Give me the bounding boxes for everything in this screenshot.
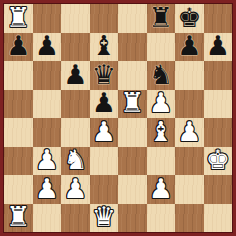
square-d2[interactable] [90,175,119,204]
piece-white-pawn-f2[interactable]: ♟ [149,175,173,202]
piece-white-pawn-c2[interactable]: ♟ [63,175,87,202]
chess-board-frame: ♜♜♚♟♟♝♟♟♟♛♞♟♜♟♟♝♟♟♞♚♟♟♟♜♛ [0,0,236,236]
square-d6[interactable]: ♛ [90,61,119,90]
piece-white-pawn-b2[interactable]: ♟ [35,175,59,202]
square-d7[interactable]: ♝ [90,33,119,62]
square-g3[interactable] [175,147,204,176]
square-e5[interactable]: ♜ [118,90,147,119]
square-g8[interactable]: ♚ [175,4,204,33]
piece-white-rook-a8[interactable]: ♜ [6,4,30,31]
square-e6[interactable] [118,61,147,90]
piece-black-pawn-a7[interactable]: ♟ [6,33,30,60]
square-c4[interactable] [61,118,90,147]
square-b2[interactable]: ♟ [33,175,62,204]
square-f1[interactable] [147,204,176,233]
square-a8[interactable]: ♜ [4,4,33,33]
piece-white-rook-e5[interactable]: ♜ [120,90,144,117]
piece-black-knight-f6[interactable]: ♞ [149,61,173,88]
piece-white-pawn-b3[interactable]: ♟ [35,147,59,174]
piece-black-pawn-h7[interactable]: ♟ [206,33,230,60]
square-e4[interactable] [118,118,147,147]
piece-black-king-g8[interactable]: ♚ [177,4,201,31]
square-d1[interactable]: ♛ [90,204,119,233]
square-h7[interactable]: ♟ [204,33,233,62]
piece-white-queen-d1[interactable]: ♛ [92,204,116,231]
square-h5[interactable] [204,90,233,119]
piece-black-rook-f8[interactable]: ♜ [149,4,173,31]
square-h3[interactable]: ♚ [204,147,233,176]
square-c6[interactable]: ♟ [61,61,90,90]
piece-black-pawn-g7[interactable]: ♟ [177,33,201,60]
square-a3[interactable] [4,147,33,176]
piece-white-knight-c3[interactable]: ♞ [63,147,87,174]
square-h8[interactable] [204,4,233,33]
square-f3[interactable] [147,147,176,176]
square-c7[interactable] [61,33,90,62]
square-d4[interactable]: ♟ [90,118,119,147]
piece-black-pawn-d5[interactable]: ♟ [92,90,116,117]
square-a1[interactable]: ♜ [4,204,33,233]
piece-black-pawn-c6[interactable]: ♟ [63,61,87,88]
square-h4[interactable] [204,118,233,147]
piece-white-bishop-f4[interactable]: ♝ [149,118,173,145]
square-b1[interactable] [33,204,62,233]
square-g6[interactable] [175,61,204,90]
square-d8[interactable] [90,4,119,33]
square-f4[interactable]: ♝ [147,118,176,147]
square-d5[interactable]: ♟ [90,90,119,119]
square-f6[interactable]: ♞ [147,61,176,90]
square-c1[interactable] [61,204,90,233]
square-e7[interactable] [118,33,147,62]
square-d3[interactable] [90,147,119,176]
square-b3[interactable]: ♟ [33,147,62,176]
square-g2[interactable] [175,175,204,204]
square-c5[interactable] [61,90,90,119]
square-h2[interactable] [204,175,233,204]
square-b4[interactable] [33,118,62,147]
square-f8[interactable]: ♜ [147,4,176,33]
square-c8[interactable] [61,4,90,33]
square-g5[interactable] [175,90,204,119]
square-f7[interactable] [147,33,176,62]
piece-white-pawn-f5[interactable]: ♟ [149,90,173,117]
square-a7[interactable]: ♟ [4,33,33,62]
square-g1[interactable] [175,204,204,233]
piece-white-king-h3[interactable]: ♚ [206,147,230,174]
square-h6[interactable] [204,61,233,90]
piece-black-pawn-b7[interactable]: ♟ [35,33,59,60]
square-a2[interactable] [4,175,33,204]
square-e1[interactable] [118,204,147,233]
square-a6[interactable] [4,61,33,90]
square-a4[interactable] [4,118,33,147]
square-h1[interactable] [204,204,233,233]
square-e8[interactable] [118,4,147,33]
piece-black-queen-d6[interactable]: ♛ [92,61,116,88]
square-f5[interactable]: ♟ [147,90,176,119]
piece-white-pawn-d4[interactable]: ♟ [92,118,116,145]
square-g7[interactable]: ♟ [175,33,204,62]
piece-white-pawn-g4[interactable]: ♟ [177,118,201,145]
piece-white-rook-a1[interactable]: ♜ [6,204,30,231]
square-c3[interactable]: ♞ [61,147,90,176]
square-b5[interactable] [33,90,62,119]
square-b7[interactable]: ♟ [33,33,62,62]
square-b6[interactable] [33,61,62,90]
square-g4[interactable]: ♟ [175,118,204,147]
square-e3[interactable] [118,147,147,176]
square-b8[interactable] [33,4,62,33]
square-c2[interactable]: ♟ [61,175,90,204]
square-f2[interactable]: ♟ [147,175,176,204]
square-a5[interactable] [4,90,33,119]
chess-board: ♜♜♚♟♟♝♟♟♟♛♞♟♜♟♟♝♟♟♞♚♟♟♟♜♛ [4,4,232,232]
square-e2[interactable] [118,175,147,204]
piece-black-bishop-d7[interactable]: ♝ [92,33,116,60]
